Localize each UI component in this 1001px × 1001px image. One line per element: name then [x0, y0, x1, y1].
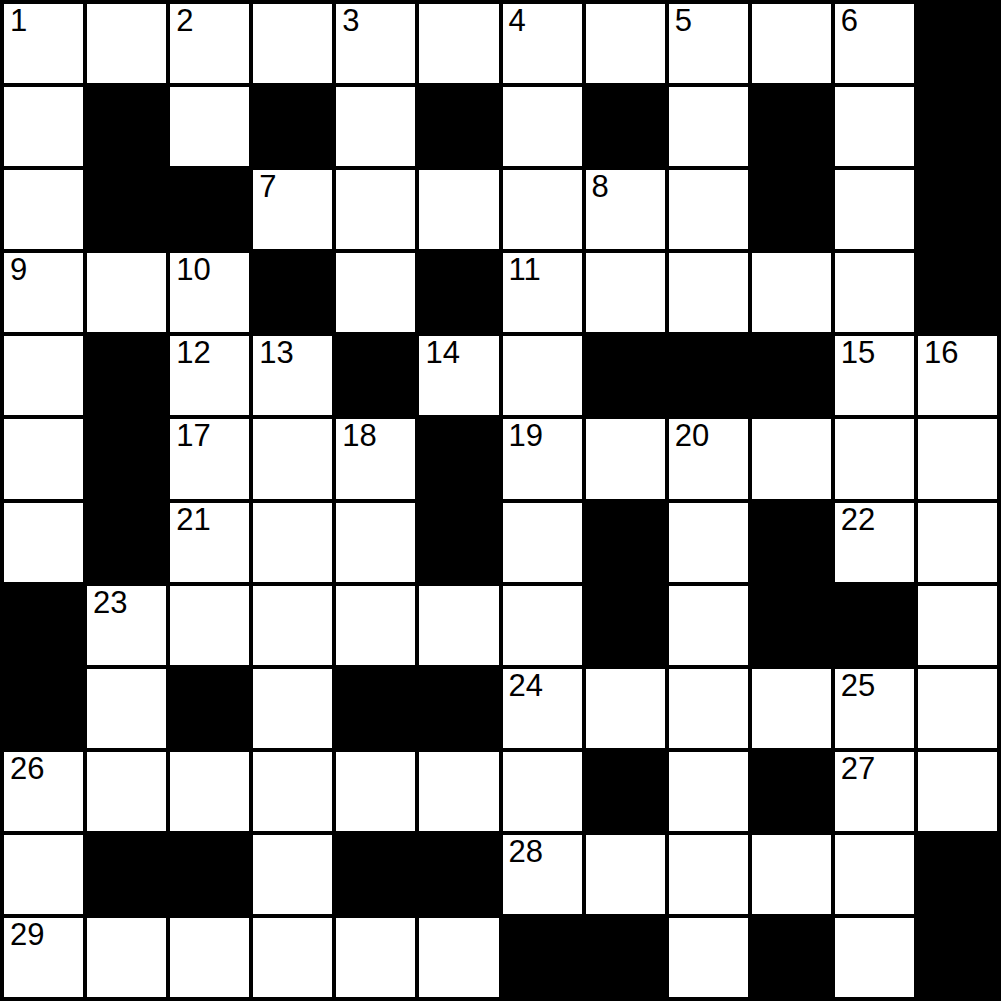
cell-r10c2[interactable]: [87, 752, 166, 831]
clue-number-29: 29: [10, 919, 44, 950]
cell-r5c6[interactable]: 14: [419, 336, 498, 415]
black-cell-r1c12: [918, 4, 997, 83]
cell-r11c8[interactable]: [586, 835, 665, 914]
black-cell-r12c8: [586, 918, 665, 997]
clue-number-28: 28: [509, 836, 543, 867]
cell-r1c11[interactable]: 6: [835, 4, 914, 83]
cell-r6c1[interactable]: [4, 419, 83, 498]
clue-number-3: 3: [342, 5, 359, 36]
cell-r9c10[interactable]: [752, 669, 831, 748]
cell-r12c6[interactable]: [419, 918, 498, 997]
clue-number-12: 12: [176, 337, 210, 368]
cell-r8c7[interactable]: [503, 586, 582, 665]
cell-r7c12[interactable]: [918, 503, 997, 582]
black-cell-r2c6: [419, 87, 498, 166]
cell-r7c3[interactable]: 21: [170, 503, 249, 582]
cell-r12c2[interactable]: [87, 918, 166, 997]
cell-r1c8[interactable]: [586, 4, 665, 83]
clue-number-27: 27: [841, 753, 875, 784]
black-cell-r2c4: [253, 87, 332, 166]
cell-r8c5[interactable]: [336, 586, 415, 665]
cell-r1c5[interactable]: 3: [336, 4, 415, 83]
clue-number-26: 26: [10, 753, 44, 784]
cell-r9c2[interactable]: [87, 669, 166, 748]
cell-r10c11[interactable]: 27: [835, 752, 914, 831]
clue-number-2: 2: [176, 5, 193, 36]
black-cell-r4c6: [419, 253, 498, 332]
cell-r5c12[interactable]: 16: [918, 336, 997, 415]
cell-r3c8[interactable]: 8: [586, 170, 665, 249]
cell-r11c1[interactable]: [4, 835, 83, 914]
clue-number-15: 15: [841, 337, 875, 368]
black-cell-r5c9: [669, 336, 748, 415]
cell-r3c7[interactable]: [503, 170, 582, 249]
black-cell-r11c2: [87, 835, 166, 914]
black-cell-r7c10: [752, 503, 831, 582]
cell-r2c3[interactable]: [170, 87, 249, 166]
cell-r1c4[interactable]: [253, 4, 332, 83]
cell-r11c7[interactable]: 28: [503, 835, 582, 914]
clue-number-21: 21: [176, 504, 210, 535]
clue-number-19: 19: [509, 420, 543, 451]
cell-r1c7[interactable]: 4: [503, 4, 582, 83]
cell-r1c2[interactable]: [87, 4, 166, 83]
cell-r1c3[interactable]: 2: [170, 4, 249, 83]
cell-r1c10[interactable]: [752, 4, 831, 83]
cell-r10c9[interactable]: [669, 752, 748, 831]
cell-r5c7[interactable]: [503, 336, 582, 415]
cell-r5c1[interactable]: [4, 336, 83, 415]
cell-r12c3[interactable]: [170, 918, 249, 997]
cell-r6c8[interactable]: [586, 419, 665, 498]
black-cell-r4c12: [918, 253, 997, 332]
cell-r9c8[interactable]: [586, 669, 665, 748]
black-cell-r11c6: [419, 835, 498, 914]
cell-r4c10[interactable]: [752, 253, 831, 332]
cell-r6c12[interactable]: [918, 419, 997, 498]
cell-r6c5[interactable]: 18: [336, 419, 415, 498]
clue-number-17: 17: [176, 420, 210, 451]
cell-r10c6[interactable]: [419, 752, 498, 831]
cell-r7c5[interactable]: [336, 503, 415, 582]
cell-r6c7[interactable]: 19: [503, 419, 582, 498]
cell-r1c6[interactable]: [419, 4, 498, 83]
cell-r9c9[interactable]: [669, 669, 748, 748]
black-cell-r5c5: [336, 336, 415, 415]
cell-r4c9[interactable]: [669, 253, 748, 332]
cell-r10c4[interactable]: [253, 752, 332, 831]
black-cell-r12c12: [918, 918, 997, 997]
black-cell-r11c3: [170, 835, 249, 914]
cell-r9c11[interactable]: 25: [835, 669, 914, 748]
cell-r5c4[interactable]: 13: [253, 336, 332, 415]
cell-r4c3[interactable]: 10: [170, 253, 249, 332]
clue-number-14: 14: [425, 337, 459, 368]
cell-r7c4[interactable]: [253, 503, 332, 582]
black-cell-r9c3: [170, 669, 249, 748]
cell-r3c4[interactable]: 7: [253, 170, 332, 249]
black-cell-r8c8: [586, 586, 665, 665]
cell-r12c9[interactable]: [669, 918, 748, 997]
cell-r12c1[interactable]: 29: [4, 918, 83, 997]
black-cell-r2c10: [752, 87, 831, 166]
cell-r3c9[interactable]: [669, 170, 748, 249]
black-cell-r6c6: [419, 419, 498, 498]
black-cell-r8c1: [4, 586, 83, 665]
cell-r8c9[interactable]: [669, 586, 748, 665]
black-cell-r6c2: [87, 419, 166, 498]
black-cell-r8c11: [835, 586, 914, 665]
cell-r12c5[interactable]: [336, 918, 415, 997]
cell-r2c7[interactable]: [503, 87, 582, 166]
clue-number-8: 8: [592, 171, 609, 202]
cell-r8c4[interactable]: [253, 586, 332, 665]
black-cell-r7c6: [419, 503, 498, 582]
cell-r9c4[interactable]: [253, 669, 332, 748]
black-cell-r2c12: [918, 87, 997, 166]
black-cell-r11c12: [918, 835, 997, 914]
black-cell-r3c2: [87, 170, 166, 249]
black-cell-r7c8: [586, 503, 665, 582]
cell-r5c3[interactable]: 12: [170, 336, 249, 415]
cell-r3c6[interactable]: [419, 170, 498, 249]
clue-number-11: 11: [509, 254, 541, 285]
black-cell-r2c2: [87, 87, 166, 166]
cell-r2c1[interactable]: [4, 87, 83, 166]
black-cell-r9c1: [4, 669, 83, 748]
cell-r9c12[interactable]: [918, 669, 997, 748]
clue-number-20: 20: [675, 420, 709, 451]
cell-r4c1[interactable]: 9: [4, 253, 83, 332]
black-cell-r3c12: [918, 170, 997, 249]
black-cell-r3c10: [752, 170, 831, 249]
cell-r6c11[interactable]: [835, 419, 914, 498]
cell-r4c5[interactable]: [336, 253, 415, 332]
cell-r2c9[interactable]: [669, 87, 748, 166]
cell-r3c1[interactable]: [4, 170, 83, 249]
black-cell-r3c3: [170, 170, 249, 249]
cell-r12c4[interactable]: [253, 918, 332, 997]
cell-r4c8[interactable]: [586, 253, 665, 332]
cell-r10c1[interactable]: 26: [4, 752, 83, 831]
clue-number-6: 6: [841, 5, 858, 36]
clue-number-23: 23: [93, 587, 127, 618]
black-cell-r7c2: [87, 503, 166, 582]
cell-r6c10[interactable]: [752, 419, 831, 498]
clue-number-4: 4: [509, 5, 526, 36]
black-cell-r10c10: [752, 752, 831, 831]
cell-r8c2[interactable]: 23: [87, 586, 166, 665]
crossword-grid: 1234567891011121314151617181920212223242…: [0, 0, 1001, 1001]
cell-r2c5[interactable]: [336, 87, 415, 166]
clue-number-9: 9: [10, 254, 27, 285]
cell-r7c9[interactable]: [669, 503, 748, 582]
cell-r6c9[interactable]: 20: [669, 419, 748, 498]
cell-r7c11[interactable]: 22: [835, 503, 914, 582]
clue-number-18: 18: [342, 420, 376, 451]
cell-r1c9[interactable]: 5: [669, 4, 748, 83]
cell-r8c6[interactable]: [419, 586, 498, 665]
black-cell-r9c6: [419, 669, 498, 748]
cell-r8c12[interactable]: [918, 586, 997, 665]
black-cell-r5c10: [752, 336, 831, 415]
cell-r5c11[interactable]: 15: [835, 336, 914, 415]
black-cell-r11c5: [336, 835, 415, 914]
cell-r11c4[interactable]: [253, 835, 332, 914]
cell-r6c3[interactable]: 17: [170, 419, 249, 498]
black-cell-r12c7: [503, 918, 582, 997]
black-cell-r4c4: [253, 253, 332, 332]
cell-r10c3[interactable]: [170, 752, 249, 831]
cell-r9c7[interactable]: 24: [503, 669, 582, 748]
black-cell-r9c5: [336, 669, 415, 748]
cell-r1c1[interactable]: 1: [4, 4, 83, 83]
clue-number-7: 7: [259, 171, 276, 202]
clue-number-25: 25: [841, 670, 875, 701]
cell-r2c11[interactable]: [835, 87, 914, 166]
cell-r10c12[interactable]: [918, 752, 997, 831]
black-cell-r2c8: [586, 87, 665, 166]
black-cell-r10c8: [586, 752, 665, 831]
black-cell-r8c10: [752, 586, 831, 665]
cell-r11c9[interactable]: [669, 835, 748, 914]
cell-r3c11[interactable]: [835, 170, 914, 249]
cell-r6c4[interactable]: [253, 419, 332, 498]
clue-number-22: 22: [841, 504, 875, 535]
cell-r10c7[interactable]: [503, 752, 582, 831]
cell-r3c5[interactable]: [336, 170, 415, 249]
clue-number-16: 16: [924, 337, 958, 368]
black-cell-r5c8: [586, 336, 665, 415]
cell-r7c1[interactable]: [4, 503, 83, 582]
cell-r10c5[interactable]: [336, 752, 415, 831]
cell-r11c10[interactable]: [752, 835, 831, 914]
clue-number-13: 13: [259, 337, 293, 368]
clue-number-10: 10: [176, 254, 210, 285]
cell-r4c11[interactable]: [835, 253, 914, 332]
clue-number-24: 24: [509, 670, 543, 701]
cell-r7c7[interactable]: [503, 503, 582, 582]
cell-r4c2[interactable]: [87, 253, 166, 332]
clue-number-5: 5: [675, 5, 692, 36]
cell-r8c3[interactable]: [170, 586, 249, 665]
cell-r12c11[interactable]: [835, 918, 914, 997]
black-cell-r5c2: [87, 336, 166, 415]
black-cell-r12c10: [752, 918, 831, 997]
cell-r11c11[interactable]: [835, 835, 914, 914]
clue-number-1: 1: [10, 5, 27, 36]
cell-r4c7[interactable]: 11: [503, 253, 582, 332]
